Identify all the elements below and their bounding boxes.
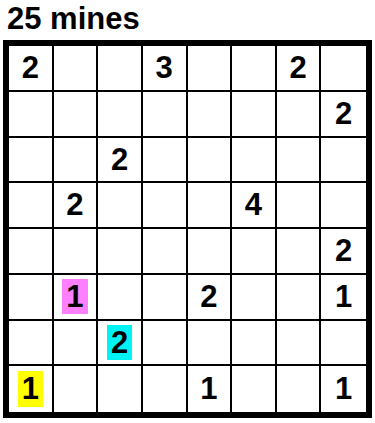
cell-r7c5[interactable] <box>188 321 233 367</box>
cell-r1c1[interactable]: 2 <box>9 46 54 92</box>
cell-r6c5[interactable]: 2 <box>188 275 233 321</box>
cell-r8c7[interactable] <box>277 366 322 412</box>
highlighted-clue-number: 2 <box>107 325 132 360</box>
cell-r8c3[interactable] <box>98 366 143 412</box>
cell-r5c3[interactable] <box>98 229 143 275</box>
cell-r4c8[interactable] <box>321 183 366 229</box>
cell-r7c7[interactable] <box>277 321 322 367</box>
cell-r6c7[interactable] <box>277 275 322 321</box>
highlighted-clue-number: 1 <box>18 371 43 406</box>
cell-r1c5[interactable] <box>188 46 233 92</box>
cell-r7c8[interactable] <box>321 321 366 367</box>
cell-r6c2[interactable]: 1 <box>54 275 99 321</box>
cell-r2c3[interactable] <box>98 92 143 138</box>
cell-r5c4[interactable] <box>143 229 188 275</box>
cell-r8c8[interactable]: 1 <box>321 366 366 412</box>
clue-number: 3 <box>152 50 177 85</box>
cell-r2c2[interactable] <box>54 92 99 138</box>
clue-number: 2 <box>331 233 356 268</box>
cell-r3c8[interactable] <box>321 138 366 184</box>
highlighted-clue-number: 1 <box>62 279 87 314</box>
clue-number: 4 <box>241 187 266 222</box>
cell-r8c1[interactable]: 1 <box>9 366 54 412</box>
clue-number: 1 <box>196 371 221 406</box>
cell-r2c7[interactable] <box>277 92 322 138</box>
cell-r2c1[interactable] <box>9 92 54 138</box>
cell-r6c8[interactable]: 1 <box>321 275 366 321</box>
cell-r6c3[interactable] <box>98 275 143 321</box>
cell-r1c7[interactable]: 2 <box>277 46 322 92</box>
cell-r5c1[interactable] <box>9 229 54 275</box>
cell-r3c2[interactable] <box>54 138 99 184</box>
cell-r5c7[interactable] <box>277 229 322 275</box>
cell-r2c4[interactable] <box>143 92 188 138</box>
cell-r5c6[interactable] <box>232 229 277 275</box>
cell-r7c1[interactable] <box>9 321 54 367</box>
cell-r6c4[interactable] <box>143 275 188 321</box>
cell-r4c2[interactable]: 2 <box>54 183 99 229</box>
cell-r4c5[interactable] <box>188 183 233 229</box>
cell-r8c5[interactable]: 1 <box>188 366 233 412</box>
cell-r5c5[interactable] <box>188 229 233 275</box>
cell-r4c1[interactable] <box>9 183 54 229</box>
cell-r4c3[interactable] <box>98 183 143 229</box>
cell-r8c6[interactable] <box>232 366 277 412</box>
cell-r3c5[interactable] <box>188 138 233 184</box>
cell-r8c2[interactable] <box>54 366 99 412</box>
puzzle-title: 25 mines <box>7 1 375 37</box>
cell-r4c7[interactable] <box>277 183 322 229</box>
clue-number: 2 <box>62 187 87 222</box>
clue-number: 2 <box>285 50 310 85</box>
clue-number: 2 <box>196 279 221 314</box>
cell-r1c3[interactable] <box>98 46 143 92</box>
cell-r2c6[interactable] <box>232 92 277 138</box>
clue-number: 1 <box>331 371 356 406</box>
clue-number: 1 <box>331 279 356 314</box>
cell-r3c4[interactable] <box>143 138 188 184</box>
clue-number: 2 <box>331 96 356 131</box>
cell-r6c6[interactable] <box>232 275 277 321</box>
cell-r3c6[interactable] <box>232 138 277 184</box>
cell-r7c2[interactable] <box>54 321 99 367</box>
clue-number: 2 <box>107 142 132 177</box>
cell-r6c1[interactable] <box>9 275 54 321</box>
cell-r1c6[interactable] <box>232 46 277 92</box>
cell-r1c2[interactable] <box>54 46 99 92</box>
cell-r7c3[interactable]: 2 <box>98 321 143 367</box>
cell-r5c8[interactable]: 2 <box>321 229 366 275</box>
cell-r2c8[interactable]: 2 <box>321 92 366 138</box>
cell-r3c3[interactable]: 2 <box>98 138 143 184</box>
cell-r4c4[interactable] <box>143 183 188 229</box>
cell-r8c4[interactable] <box>143 366 188 412</box>
cell-r5c2[interactable] <box>54 229 99 275</box>
cell-r3c7[interactable] <box>277 138 322 184</box>
cell-r4c6[interactable]: 4 <box>232 183 277 229</box>
cell-r7c6[interactable] <box>232 321 277 367</box>
cell-r3c1[interactable] <box>9 138 54 184</box>
minesweeper-board: 232222421212111 <box>3 40 372 418</box>
cell-r1c8[interactable] <box>321 46 366 92</box>
cell-r7c4[interactable] <box>143 321 188 367</box>
cell-r2c5[interactable] <box>188 92 233 138</box>
cell-r1c4[interactable]: 3 <box>143 46 188 92</box>
clue-number: 2 <box>18 50 43 85</box>
